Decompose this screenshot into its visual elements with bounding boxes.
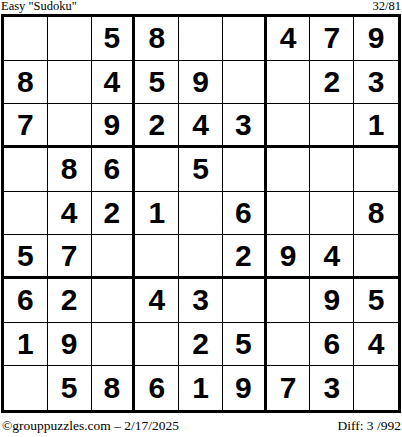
cell-r7c7-empty[interactable] bbox=[267, 279, 311, 323]
cell-r4c9-empty[interactable] bbox=[354, 148, 398, 192]
cell-r9c8-given[interactable]: 3 bbox=[310, 366, 354, 410]
cell-r5c7-empty[interactable] bbox=[267, 192, 311, 236]
cell-r9c1-empty[interactable] bbox=[4, 366, 48, 410]
cell-r9c6-given[interactable]: 9 bbox=[223, 366, 267, 410]
cell-r6c5-empty[interactable] bbox=[179, 235, 223, 279]
cell-r8c7-empty[interactable] bbox=[267, 323, 311, 367]
cell-r1c7-given[interactable]: 4 bbox=[267, 17, 311, 61]
footer: ©grouppuzzles.com – 2/17/2025 Diff: 3 /9… bbox=[2, 418, 401, 434]
sudoku-page: Easy "Sudoku" 32/81 58479845923792431865… bbox=[0, 0, 402, 437]
cell-r6c8-given[interactable]: 4 bbox=[310, 235, 354, 279]
cell-r1c6-empty[interactable] bbox=[223, 17, 267, 61]
cell-r4c1-empty[interactable] bbox=[4, 148, 48, 192]
cell-r8c9-given[interactable]: 4 bbox=[354, 323, 398, 367]
cell-r6c6-given[interactable]: 2 bbox=[223, 235, 267, 279]
cell-r2c6-empty[interactable] bbox=[223, 61, 267, 105]
cell-r6c1-given[interactable]: 5 bbox=[4, 235, 48, 279]
cell-r2c2-empty[interactable] bbox=[48, 61, 92, 105]
cell-r6c9-empty[interactable] bbox=[354, 235, 398, 279]
cell-r5c1-empty[interactable] bbox=[4, 192, 48, 236]
cell-counter: 32/81 bbox=[373, 0, 401, 13]
cell-r4c7-empty[interactable] bbox=[267, 148, 311, 192]
puzzle-title: Easy "Sudoku" bbox=[1, 0, 77, 13]
cell-r6c2-given[interactable]: 7 bbox=[48, 235, 92, 279]
cell-r1c3-given[interactable]: 5 bbox=[92, 17, 136, 61]
cell-r7c1-given[interactable]: 6 bbox=[4, 279, 48, 323]
cell-r4c4-empty[interactable] bbox=[135, 148, 179, 192]
cell-r3c3-given[interactable]: 9 bbox=[92, 104, 136, 148]
cell-r7c8-given[interactable]: 9 bbox=[310, 279, 354, 323]
cell-r4c2-given[interactable]: 8 bbox=[48, 148, 92, 192]
difficulty-label: Diff: 3 /992 bbox=[338, 418, 402, 434]
cell-r1c1-empty[interactable] bbox=[4, 17, 48, 61]
cell-r3c6-given[interactable]: 3 bbox=[223, 104, 267, 148]
cell-r7c4-given[interactable]: 4 bbox=[135, 279, 179, 323]
cell-r2c7-empty[interactable] bbox=[267, 61, 311, 105]
cell-r3c5-given[interactable]: 4 bbox=[179, 104, 223, 148]
cell-r6c4-empty[interactable] bbox=[135, 235, 179, 279]
sudoku-board: 5847984592379243186542168572946243951925… bbox=[1, 14, 401, 413]
cell-r5c5-empty[interactable] bbox=[179, 192, 223, 236]
cell-r7c2-given[interactable]: 2 bbox=[48, 279, 92, 323]
cell-r3c2-empty[interactable] bbox=[48, 104, 92, 148]
cell-r6c3-empty[interactable] bbox=[92, 235, 136, 279]
cell-r5c6-given[interactable]: 6 bbox=[223, 192, 267, 236]
cell-r2c8-given[interactable]: 2 bbox=[310, 61, 354, 105]
cell-r9c5-given[interactable]: 1 bbox=[179, 366, 223, 410]
copyright-date: ©grouppuzzles.com – 2/17/2025 bbox=[2, 418, 179, 434]
cell-r8c1-given[interactable]: 1 bbox=[4, 323, 48, 367]
cell-r7c3-empty[interactable] bbox=[92, 279, 136, 323]
cell-r1c9-given[interactable]: 9 bbox=[354, 17, 398, 61]
cell-r7c6-empty[interactable] bbox=[223, 279, 267, 323]
cell-r3c1-given[interactable]: 7 bbox=[4, 104, 48, 148]
cell-r1c4-given[interactable]: 8 bbox=[135, 17, 179, 61]
cell-r5c4-given[interactable]: 1 bbox=[135, 192, 179, 236]
cell-r4c3-given[interactable]: 6 bbox=[92, 148, 136, 192]
cell-r8c4-empty[interactable] bbox=[135, 323, 179, 367]
cell-r3c7-empty[interactable] bbox=[267, 104, 311, 148]
cell-r3c4-given[interactable]: 2 bbox=[135, 104, 179, 148]
cell-r2c3-given[interactable]: 4 bbox=[92, 61, 136, 105]
cell-r1c2-empty[interactable] bbox=[48, 17, 92, 61]
cell-r1c5-empty[interactable] bbox=[179, 17, 223, 61]
cell-r4c6-empty[interactable] bbox=[223, 148, 267, 192]
cell-r2c1-given[interactable]: 8 bbox=[4, 61, 48, 105]
cell-r2c9-given[interactable]: 3 bbox=[354, 61, 398, 105]
cell-r8c5-given[interactable]: 2 bbox=[179, 323, 223, 367]
cell-r2c4-given[interactable]: 5 bbox=[135, 61, 179, 105]
cell-r3c9-given[interactable]: 1 bbox=[354, 104, 398, 148]
cell-r4c8-empty[interactable] bbox=[310, 148, 354, 192]
cell-r8c2-given[interactable]: 9 bbox=[48, 323, 92, 367]
cell-r7c9-given[interactable]: 5 bbox=[354, 279, 398, 323]
cell-r9c9-empty[interactable] bbox=[354, 366, 398, 410]
cell-r7c5-given[interactable]: 3 bbox=[179, 279, 223, 323]
cell-r2c5-given[interactable]: 9 bbox=[179, 61, 223, 105]
cell-r5c3-given[interactable]: 2 bbox=[92, 192, 136, 236]
cell-r5c2-given[interactable]: 4 bbox=[48, 192, 92, 236]
cell-r9c4-given[interactable]: 6 bbox=[135, 366, 179, 410]
cell-r9c7-given[interactable]: 7 bbox=[267, 366, 311, 410]
cell-r9c3-given[interactable]: 8 bbox=[92, 366, 136, 410]
cell-r9c2-given[interactable]: 5 bbox=[48, 366, 92, 410]
cell-r8c3-empty[interactable] bbox=[92, 323, 136, 367]
cell-r6c7-given[interactable]: 9 bbox=[267, 235, 311, 279]
header: Easy "Sudoku" 32/81 bbox=[1, 0, 401, 14]
cell-r5c8-empty[interactable] bbox=[310, 192, 354, 236]
cell-r1c8-given[interactable]: 7 bbox=[310, 17, 354, 61]
cell-r3c8-empty[interactable] bbox=[310, 104, 354, 148]
cell-r5c9-given[interactable]: 8 bbox=[354, 192, 398, 236]
cell-r4c5-given[interactable]: 5 bbox=[179, 148, 223, 192]
cell-r8c6-given[interactable]: 5 bbox=[223, 323, 267, 367]
cell-r8c8-given[interactable]: 6 bbox=[310, 323, 354, 367]
